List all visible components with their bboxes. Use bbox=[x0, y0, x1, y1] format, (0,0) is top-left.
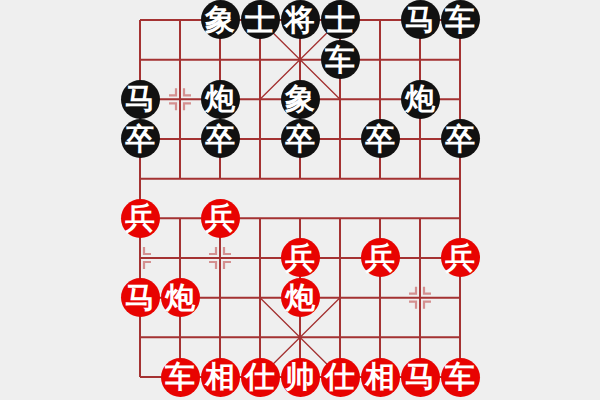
piece-black-general[interactable]: 将 bbox=[280, 0, 320, 40]
piece-black-elephant[interactable]: 象 bbox=[280, 79, 320, 119]
red-elephant-glyph: 相 bbox=[201, 358, 240, 397]
red-elephant-glyph: 相 bbox=[361, 358, 400, 397]
black-soldier-glyph: 卒 bbox=[361, 119, 400, 158]
red-advisor-glyph: 仕 bbox=[321, 358, 360, 397]
red-soldier-glyph: 兵 bbox=[281, 238, 320, 277]
black-cannon-glyph: 炮 bbox=[201, 80, 240, 119]
piece-black-chariot[interactable]: 车 bbox=[440, 0, 480, 40]
black-general-glyph: 将 bbox=[281, 0, 320, 39]
black-advisor-glyph: 士 bbox=[241, 0, 280, 39]
piece-red-advisor[interactable]: 仕 bbox=[320, 357, 360, 397]
piece-black-cannon[interactable]: 炮 bbox=[200, 79, 240, 119]
piece-black-elephant[interactable]: 象 bbox=[200, 0, 240, 40]
piece-black-advisor[interactable]: 士 bbox=[240, 0, 280, 40]
black-cannon-glyph: 炮 bbox=[401, 80, 440, 119]
piece-red-horse[interactable]: 马 bbox=[400, 357, 440, 397]
black-soldier-glyph: 卒 bbox=[441, 119, 480, 158]
red-cannon-glyph: 炮 bbox=[161, 278, 200, 317]
black-soldier-glyph: 卒 bbox=[281, 119, 320, 158]
red-advisor-glyph: 仕 bbox=[241, 358, 280, 397]
piece-black-horse[interactable]: 马 bbox=[120, 79, 160, 119]
piece-red-horse[interactable]: 马 bbox=[120, 278, 160, 318]
red-general-glyph: 帅 bbox=[281, 358, 320, 397]
piece-black-cannon[interactable]: 炮 bbox=[400, 79, 440, 119]
piece-red-elephant[interactable]: 相 bbox=[360, 357, 400, 397]
piece-red-soldier[interactable]: 兵 bbox=[360, 238, 400, 278]
piece-red-chariot[interactable]: 车 bbox=[160, 357, 200, 397]
black-elephant-glyph: 象 bbox=[201, 0, 240, 39]
piece-red-soldier[interactable]: 兵 bbox=[120, 198, 160, 238]
black-elephant-glyph: 象 bbox=[281, 80, 320, 119]
red-soldier-glyph: 兵 bbox=[441, 238, 480, 277]
piece-black-soldier[interactable]: 卒 bbox=[360, 119, 400, 159]
piece-black-soldier[interactable]: 卒 bbox=[440, 119, 480, 159]
red-chariot-glyph: 车 bbox=[161, 358, 200, 397]
black-horse-glyph: 马 bbox=[121, 80, 160, 119]
red-horse-glyph: 马 bbox=[121, 278, 160, 317]
black-horse-glyph: 马 bbox=[401, 0, 440, 39]
red-cannon-glyph: 炮 bbox=[281, 278, 320, 317]
piece-red-soldier[interactable]: 兵 bbox=[440, 238, 480, 278]
piece-black-advisor[interactable]: 士 bbox=[320, 0, 360, 40]
black-soldier-glyph: 卒 bbox=[201, 119, 240, 158]
piece-black-horse[interactable]: 马 bbox=[400, 0, 440, 40]
xiangqi-board[interactable]: 象士将士马车车马炮象炮卒卒卒卒卒兵兵兵兵兵马炮炮车相仕帅仕相马车 bbox=[120, 0, 480, 397]
black-chariot-glyph: 车 bbox=[321, 40, 360, 79]
red-horse-glyph: 马 bbox=[401, 358, 440, 397]
red-soldier-glyph: 兵 bbox=[361, 238, 400, 277]
piece-red-soldier[interactable]: 兵 bbox=[200, 198, 240, 238]
piece-black-soldier[interactable]: 卒 bbox=[120, 119, 160, 159]
piece-black-chariot[interactable]: 车 bbox=[320, 40, 360, 80]
piece-red-general[interactable]: 帅 bbox=[280, 357, 320, 397]
piece-red-elephant[interactable]: 相 bbox=[200, 357, 240, 397]
piece-red-advisor[interactable]: 仕 bbox=[240, 357, 280, 397]
xiangqi-diagram: 象士将士马车车马炮象炮卒卒卒卒卒兵兵兵兵兵马炮炮车相仕帅仕相马车 bbox=[0, 0, 600, 400]
red-soldier-glyph: 兵 bbox=[121, 199, 160, 238]
piece-black-soldier[interactable]: 卒 bbox=[200, 119, 240, 159]
piece-black-soldier[interactable]: 卒 bbox=[280, 119, 320, 159]
piece-red-cannon[interactable]: 炮 bbox=[280, 278, 320, 318]
red-soldier-glyph: 兵 bbox=[201, 199, 240, 238]
black-advisor-glyph: 士 bbox=[321, 0, 360, 39]
piece-red-chariot[interactable]: 车 bbox=[440, 357, 480, 397]
piece-red-cannon[interactable]: 炮 bbox=[160, 278, 200, 318]
red-chariot-glyph: 车 bbox=[441, 358, 480, 397]
black-soldier-glyph: 卒 bbox=[121, 119, 160, 158]
piece-red-soldier[interactable]: 兵 bbox=[280, 238, 320, 278]
black-chariot-glyph: 车 bbox=[441, 0, 480, 39]
